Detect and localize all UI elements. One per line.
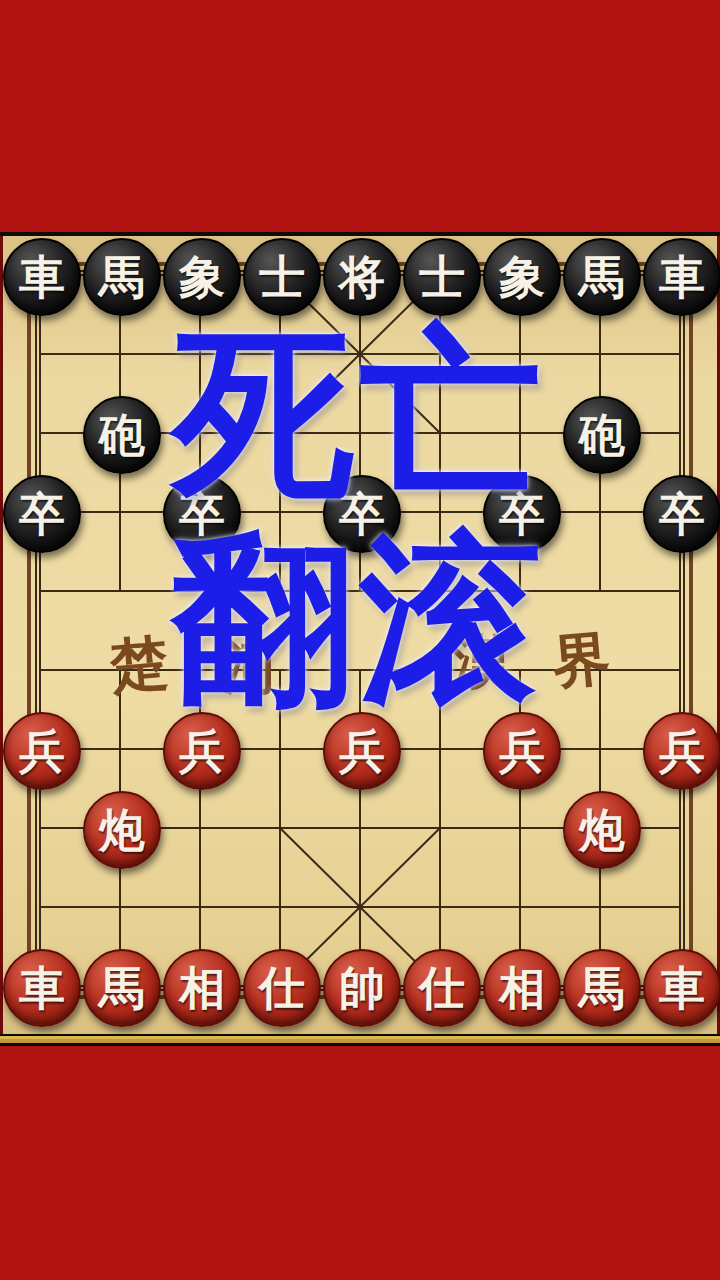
piece-glyph: 象	[179, 254, 225, 300]
piece-glyph: 仕	[419, 965, 465, 1011]
piece-red-仕[interactable]: 仕	[403, 949, 481, 1027]
piece-glyph: 士	[259, 254, 305, 300]
video-frame: 楚 河 漢 界 車馬象士将士象馬車砲砲卒卒卒卒卒兵兵兵兵兵炮炮車馬相仕帥仕相馬車…	[0, 0, 720, 1280]
board-bottom-edge	[0, 1034, 720, 1046]
piece-red-馬[interactable]: 馬	[563, 949, 641, 1027]
piece-red-兵[interactable]: 兵	[3, 712, 81, 790]
piece-glyph: 馬	[99, 965, 145, 1011]
piece-glyph: 炮	[99, 807, 145, 853]
piece-glyph: 馬	[99, 254, 145, 300]
piece-glyph: 兵	[499, 728, 545, 774]
piece-black-士[interactable]: 士	[403, 238, 481, 316]
piece-glyph: 仕	[259, 965, 305, 1011]
piece-black-士[interactable]: 士	[243, 238, 321, 316]
piece-glyph: 帥	[339, 965, 385, 1011]
piece-glyph: 馬	[579, 965, 625, 1011]
piece-glyph: 兵	[339, 728, 385, 774]
piece-glyph: 士	[419, 254, 465, 300]
piece-red-兵[interactable]: 兵	[643, 712, 720, 790]
piece-black-象[interactable]: 象	[163, 238, 241, 316]
piece-red-相[interactable]: 相	[483, 949, 561, 1027]
piece-glyph: 車	[19, 254, 65, 300]
piece-glyph: 兵	[19, 728, 65, 774]
piece-glyph: 将	[339, 254, 385, 300]
piece-glyph: 車	[19, 965, 65, 1011]
piece-black-馬[interactable]: 馬	[563, 238, 641, 316]
piece-red-車[interactable]: 車	[3, 949, 81, 1027]
piece-glyph: 相	[499, 965, 545, 1011]
piece-red-帥[interactable]: 帥	[323, 949, 401, 1027]
piece-glyph: 相	[179, 965, 225, 1011]
piece-glyph: 兵	[659, 728, 705, 774]
piece-red-馬[interactable]: 馬	[83, 949, 161, 1027]
piece-red-車[interactable]: 車	[643, 949, 720, 1027]
piece-red-相[interactable]: 相	[163, 949, 241, 1027]
piece-black-車[interactable]: 車	[643, 238, 720, 316]
piece-red-仕[interactable]: 仕	[243, 949, 321, 1027]
piece-glyph: 馬	[579, 254, 625, 300]
piece-glyph: 車	[659, 254, 705, 300]
piece-glyph: 兵	[179, 728, 225, 774]
piece-glyph: 車	[659, 965, 705, 1011]
piece-red-炮[interactable]: 炮	[563, 791, 641, 869]
piece-red-炮[interactable]: 炮	[83, 791, 161, 869]
caption-line-1: 死亡	[0, 322, 720, 504]
caption-line-2: 翻滚	[0, 528, 720, 710]
piece-black-車[interactable]: 車	[3, 238, 81, 316]
piece-glyph: 象	[499, 254, 545, 300]
piece-black-象[interactable]: 象	[483, 238, 561, 316]
piece-glyph: 炮	[579, 807, 625, 853]
piece-black-馬[interactable]: 馬	[83, 238, 161, 316]
piece-black-将[interactable]: 将	[323, 238, 401, 316]
